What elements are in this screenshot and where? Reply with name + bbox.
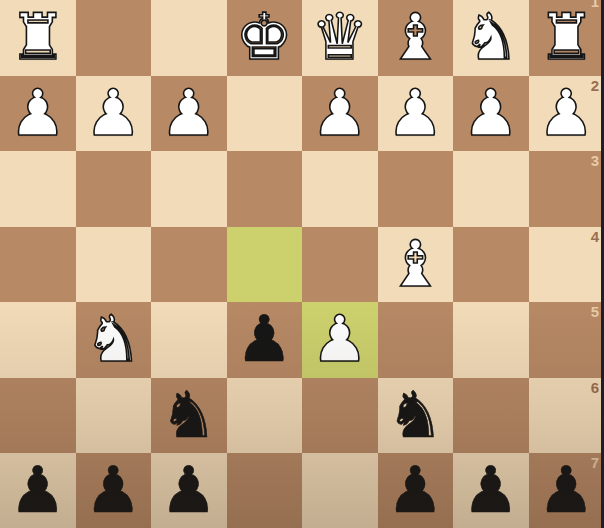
square-e2[interactable] [227, 76, 303, 152]
rank-label-7: 7 [591, 454, 599, 471]
square-b6[interactable] [453, 378, 529, 454]
black-pawn[interactable]: ♟ [236, 302, 293, 378]
square-c1[interactable]: ♝ [378, 0, 454, 76]
rank-label-1: 1 [591, 0, 599, 10]
square-d5[interactable]: ♟ [302, 302, 378, 378]
black-pawn[interactable]: ♟ [538, 453, 595, 528]
square-g5[interactable]: ♞ [76, 302, 152, 378]
white-knight[interactable]: ♞ [85, 302, 142, 378]
square-c6[interactable]: ♞ [378, 378, 454, 454]
white-pawn[interactable]: ♟ [387, 76, 444, 152]
square-g4[interactable] [76, 227, 152, 303]
white-king[interactable]: ♚ [236, 0, 293, 76]
square-a3[interactable]: 3 [529, 151, 604, 227]
rank-label-2: 2 [591, 77, 599, 94]
square-a7[interactable]: ♟7 [529, 453, 604, 528]
rank-label-4: 4 [591, 228, 599, 245]
square-c4[interactable]: ♝ [378, 227, 454, 303]
white-knight[interactable]: ♞ [462, 0, 519, 76]
square-h1[interactable]: ♜ [0, 0, 76, 76]
square-d7[interactable] [302, 453, 378, 528]
square-c3[interactable] [378, 151, 454, 227]
square-c2[interactable]: ♟ [378, 76, 454, 152]
square-d4[interactable] [302, 227, 378, 303]
square-f6[interactable]: ♞ [151, 378, 227, 454]
white-pawn[interactable]: ♟ [85, 76, 142, 152]
rank-label-3: 3 [591, 152, 599, 169]
square-e5[interactable]: ♟ [227, 302, 303, 378]
square-f2[interactable]: ♟ [151, 76, 227, 152]
square-a6[interactable]: 6 [529, 378, 604, 454]
chess-board: ♜♚♛♝♞♜1♟♟♟♟♟♟♟23♝4♞♟♟5♞♞6♟♟♟♟♟♟7 [0, 0, 604, 528]
black-knight[interactable]: ♞ [387, 378, 444, 454]
square-f5[interactable] [151, 302, 227, 378]
white-pawn[interactable]: ♟ [311, 302, 368, 378]
square-d2[interactable]: ♟ [302, 76, 378, 152]
white-queen[interactable]: ♛ [311, 0, 368, 76]
square-h7[interactable]: ♟ [0, 453, 76, 528]
white-rook[interactable]: ♜ [9, 0, 66, 76]
square-e1[interactable]: ♚ [227, 0, 303, 76]
black-pawn[interactable]: ♟ [160, 453, 217, 528]
square-h3[interactable] [0, 151, 76, 227]
black-pawn[interactable]: ♟ [9, 453, 66, 528]
square-e4[interactable] [227, 227, 303, 303]
white-pawn[interactable]: ♟ [311, 76, 368, 152]
square-g3[interactable] [76, 151, 152, 227]
square-e3[interactable] [227, 151, 303, 227]
black-knight[interactable]: ♞ [160, 378, 217, 454]
black-pawn[interactable]: ♟ [387, 453, 444, 528]
square-b3[interactable] [453, 151, 529, 227]
square-f4[interactable] [151, 227, 227, 303]
white-pawn[interactable]: ♟ [9, 76, 66, 152]
square-b2[interactable]: ♟ [453, 76, 529, 152]
square-a4[interactable]: 4 [529, 227, 604, 303]
square-g7[interactable]: ♟ [76, 453, 152, 528]
square-b4[interactable] [453, 227, 529, 303]
square-g2[interactable]: ♟ [76, 76, 152, 152]
square-h4[interactable] [0, 227, 76, 303]
white-bishop[interactable]: ♝ [387, 227, 444, 303]
square-h5[interactable] [0, 302, 76, 378]
square-h2[interactable]: ♟ [0, 76, 76, 152]
square-e7[interactable] [227, 453, 303, 528]
square-f3[interactable] [151, 151, 227, 227]
square-a1[interactable]: ♜1 [529, 0, 604, 76]
white-pawn[interactable]: ♟ [160, 76, 217, 152]
square-f1[interactable] [151, 0, 227, 76]
white-pawn[interactable]: ♟ [538, 76, 595, 152]
square-b7[interactable]: ♟ [453, 453, 529, 528]
square-d3[interactable] [302, 151, 378, 227]
white-bishop[interactable]: ♝ [387, 0, 444, 76]
square-h6[interactable] [0, 378, 76, 454]
square-a5[interactable]: 5 [529, 302, 604, 378]
square-b5[interactable] [453, 302, 529, 378]
black-pawn[interactable]: ♟ [85, 453, 142, 528]
square-c5[interactable] [378, 302, 454, 378]
square-f7[interactable]: ♟ [151, 453, 227, 528]
black-pawn[interactable]: ♟ [462, 453, 519, 528]
square-d6[interactable] [302, 378, 378, 454]
square-g1[interactable] [76, 0, 152, 76]
square-c7[interactable]: ♟ [378, 453, 454, 528]
square-b1[interactable]: ♞ [453, 0, 529, 76]
square-e6[interactable] [227, 378, 303, 454]
square-a2[interactable]: ♟2 [529, 76, 604, 152]
white-pawn[interactable]: ♟ [462, 76, 519, 152]
square-g6[interactable] [76, 378, 152, 454]
rank-label-5: 5 [591, 303, 599, 320]
square-d1[interactable]: ♛ [302, 0, 378, 76]
rank-label-6: 6 [591, 379, 599, 396]
white-rook[interactable]: ♜ [538, 0, 595, 76]
